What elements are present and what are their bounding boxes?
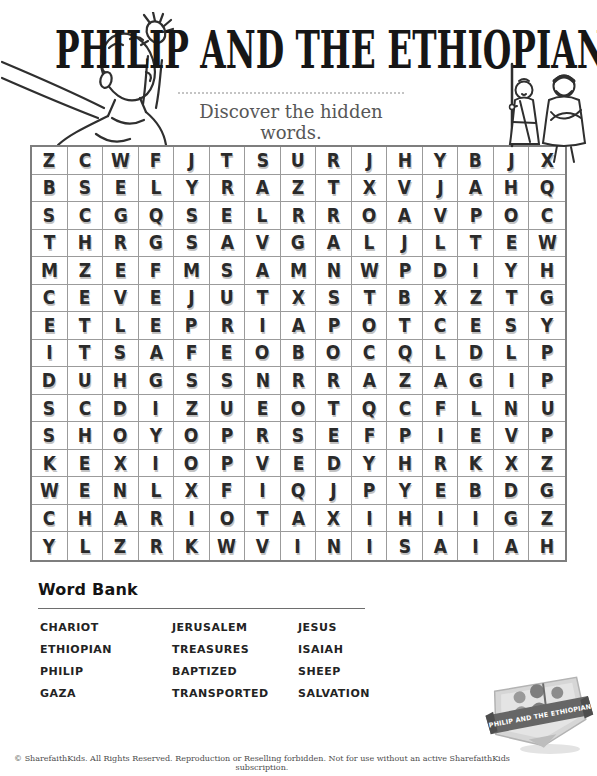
grid-letter: F bbox=[434, 399, 446, 418]
grid-cell[interactable]: Y bbox=[529, 312, 565, 340]
grid-cell[interactable]: I bbox=[458, 257, 494, 285]
grid-cell[interactable]: A bbox=[281, 505, 317, 533]
grid-cell[interactable]: S bbox=[174, 367, 210, 395]
grid-letter: Y bbox=[43, 537, 55, 556]
grid-cell[interactable]: X bbox=[281, 285, 317, 313]
grid-cell[interactable]: C bbox=[529, 202, 565, 230]
grid-cell[interactable]: R bbox=[139, 505, 175, 533]
grid-letter: S bbox=[185, 206, 197, 225]
grid-cell[interactable]: E bbox=[210, 202, 246, 230]
grid-cell[interactable]: J bbox=[174, 147, 210, 175]
grid-letter: S bbox=[79, 178, 91, 197]
grid-letter: U bbox=[78, 371, 92, 390]
grid-cell[interactable]: S bbox=[245, 147, 281, 175]
grid-cell[interactable]: G bbox=[139, 230, 175, 258]
grid-cell[interactable]: V bbox=[387, 175, 423, 203]
grid-cell[interactable]: M bbox=[174, 257, 210, 285]
crossed-arm-2 bbox=[551, 113, 581, 120]
grid-letter: T bbox=[221, 151, 233, 170]
grid-cell[interactable]: M bbox=[281, 257, 317, 285]
grid-cell[interactable]: E bbox=[245, 395, 281, 423]
grid-cell[interactable]: J bbox=[174, 285, 210, 313]
grid-cell[interactable]: B bbox=[32, 175, 68, 203]
grid-cell[interactable]: T bbox=[210, 147, 246, 175]
grid-cell[interactable]: R bbox=[281, 367, 317, 395]
grid-cell[interactable]: C bbox=[352, 340, 388, 368]
grid-cell[interactable]: H bbox=[387, 147, 423, 175]
grid-cell[interactable]: H bbox=[387, 505, 423, 533]
grid-letter: T bbox=[505, 288, 517, 307]
grid-letter: O bbox=[291, 399, 306, 418]
grid-cell[interactable]: I bbox=[458, 505, 494, 533]
grid-cell[interactable]: Z bbox=[103, 532, 139, 560]
grid-cell[interactable]: L bbox=[494, 340, 530, 368]
grid-cell[interactable]: Y bbox=[174, 175, 210, 203]
grid-cell[interactable]: Q bbox=[281, 477, 317, 505]
grid-cell[interactable]: E bbox=[281, 450, 317, 478]
grid-cell[interactable]: S bbox=[174, 230, 210, 258]
grid-cell[interactable]: B bbox=[458, 147, 494, 175]
grid-cell[interactable]: L bbox=[423, 340, 459, 368]
grid-cell[interactable]: F bbox=[423, 395, 459, 423]
grid-cell[interactable]: R bbox=[103, 230, 139, 258]
grid-letter: L bbox=[257, 206, 268, 225]
grid-cell[interactable]: I bbox=[423, 505, 459, 533]
grid-cell[interactable]: O bbox=[174, 422, 210, 450]
grid-cell[interactable]: C bbox=[32, 285, 68, 313]
grid-cell[interactable]: I bbox=[139, 450, 175, 478]
grid-cell[interactable]: T bbox=[494, 285, 530, 313]
grid-cell[interactable]: N bbox=[245, 367, 281, 395]
grid-cell[interactable]: P bbox=[210, 422, 246, 450]
grid-cell[interactable]: O bbox=[174, 450, 210, 478]
grid-cell[interactable]: B bbox=[387, 285, 423, 313]
grid-cell[interactable]: U bbox=[281, 147, 317, 175]
grid-letter: V bbox=[434, 206, 447, 225]
grid-cell[interactable]: L bbox=[458, 395, 494, 423]
grid-cell[interactable]: R bbox=[210, 312, 246, 340]
grid-cell[interactable]: R bbox=[316, 147, 352, 175]
grid-letter: A bbox=[505, 537, 518, 556]
grid-letter: C bbox=[43, 288, 56, 307]
grid-letter: Z bbox=[79, 261, 91, 280]
grid-cell[interactable]: I bbox=[494, 367, 530, 395]
grid-cell[interactable]: U bbox=[68, 367, 104, 395]
grid-cell[interactable]: O bbox=[210, 505, 246, 533]
grid-cell[interactable]: G bbox=[281, 230, 317, 258]
grid-cell[interactable]: J bbox=[352, 147, 388, 175]
grid-cell[interactable]: N bbox=[494, 395, 530, 423]
grid-letter: W bbox=[40, 481, 59, 500]
grid-letter: E bbox=[328, 426, 340, 445]
grid-cell[interactable]: R bbox=[210, 175, 246, 203]
grid-cell[interactable]: A bbox=[423, 367, 459, 395]
grid-cell[interactable]: K bbox=[174, 532, 210, 560]
grid-cell[interactable]: W bbox=[352, 257, 388, 285]
grid-letter: C bbox=[541, 206, 554, 225]
grid-letter: N bbox=[326, 261, 340, 280]
grid-letter: D bbox=[326, 454, 340, 473]
grid-cell[interactable]: O bbox=[352, 312, 388, 340]
grid-cell[interactable]: E bbox=[68, 285, 104, 313]
grid-cell[interactable]: C bbox=[387, 395, 423, 423]
grid-cell[interactable]: W bbox=[103, 147, 139, 175]
grid-cell[interactable]: A bbox=[139, 340, 175, 368]
grid-cell[interactable]: I bbox=[245, 312, 281, 340]
grid-letter: N bbox=[326, 537, 340, 556]
grid-cell[interactable]: D bbox=[423, 257, 459, 285]
grid-cell[interactable]: Y bbox=[352, 450, 388, 478]
grid-cell[interactable]: A bbox=[316, 230, 352, 258]
grid-letter: X bbox=[114, 454, 127, 473]
word-bank-columns: CHARIOTETHIOPIANPHILIPGAZAJERUSALEMTREAS… bbox=[40, 617, 430, 705]
grid-cell[interactable]: X bbox=[529, 147, 565, 175]
grid-letter: I bbox=[153, 454, 159, 473]
grid-cell[interactable]: F bbox=[139, 147, 175, 175]
grid-cell[interactable]: E bbox=[32, 312, 68, 340]
grid-cell[interactable]: H bbox=[68, 505, 104, 533]
word-bank-column: JERUSALEMTREASURESBAPTIZEDTRANSPORTED bbox=[172, 617, 298, 705]
grid-cell[interactable]: Q bbox=[387, 340, 423, 368]
grid-cell[interactable]: F bbox=[210, 477, 246, 505]
grid-cell[interactable]: Q bbox=[352, 395, 388, 423]
grid-letter: Z bbox=[541, 509, 553, 528]
grid-cell[interactable]: V bbox=[103, 285, 139, 313]
grid-cell[interactable]: Z bbox=[529, 505, 565, 533]
grid-cell[interactable]: H bbox=[387, 450, 423, 478]
grid-cell[interactable]: S bbox=[316, 285, 352, 313]
grid-cell[interactable]: A bbox=[423, 532, 459, 560]
word-search-grid[interactable]: ZCWFJTSURJHYBJXBSELYRAZTXVJAHQSCGQSELRRO… bbox=[30, 145, 567, 562]
grid-cell[interactable]: S bbox=[387, 532, 423, 560]
grid-letter: D bbox=[42, 371, 56, 390]
word-bank-item: ISAIAH bbox=[298, 639, 430, 661]
grid-cell[interactable]: D bbox=[458, 340, 494, 368]
grid-cell[interactable]: E bbox=[139, 312, 175, 340]
grid-cell[interactable]: Y bbox=[32, 532, 68, 560]
grid-cell[interactable]: D bbox=[32, 367, 68, 395]
grid-cell[interactable]: D bbox=[103, 395, 139, 423]
grid-cell[interactable]: V bbox=[245, 230, 281, 258]
grid-cell[interactable]: V bbox=[423, 202, 459, 230]
grid-letter: L bbox=[506, 343, 517, 362]
grid-cell[interactable]: N bbox=[316, 257, 352, 285]
grid-cell[interactable]: T bbox=[316, 175, 352, 203]
grid-cell[interactable]: T bbox=[352, 285, 388, 313]
grid-cell[interactable]: W bbox=[210, 532, 246, 560]
grid-letter: P bbox=[221, 454, 234, 473]
grid-letter: P bbox=[363, 481, 376, 500]
grid-cell[interactable]: T bbox=[316, 395, 352, 423]
grid-cell[interactable]: P bbox=[352, 477, 388, 505]
grid-cell[interactable]: C bbox=[423, 312, 459, 340]
grid-cell[interactable]: T bbox=[245, 285, 281, 313]
grid-cell[interactable]: G bbox=[529, 285, 565, 313]
grid-letter: L bbox=[364, 233, 375, 252]
grid-cell[interactable]: L bbox=[103, 312, 139, 340]
grid-cell[interactable]: A bbox=[245, 257, 281, 285]
grid-cell[interactable]: O bbox=[103, 422, 139, 450]
grid-cell[interactable]: J bbox=[316, 477, 352, 505]
grid-cell[interactable]: A bbox=[210, 230, 246, 258]
grid-cell[interactable]: P bbox=[529, 367, 565, 395]
grid-cell[interactable]: D bbox=[316, 450, 352, 478]
grid-cell[interactable]: A bbox=[281, 312, 317, 340]
grid-cell[interactable]: G bbox=[139, 367, 175, 395]
grid-letter: J bbox=[330, 481, 336, 500]
grid-cell[interactable]: V bbox=[245, 450, 281, 478]
grid-cell[interactable]: T bbox=[68, 312, 104, 340]
grid-cell[interactable]: H bbox=[68, 230, 104, 258]
grid-letter: O bbox=[326, 343, 341, 362]
grid-cell[interactable]: I bbox=[32, 340, 68, 368]
word-bank-item: CHARIOT bbox=[40, 617, 172, 639]
grid-letter: E bbox=[114, 261, 126, 280]
grid-cell[interactable]: R bbox=[139, 532, 175, 560]
grid-cell[interactable]: Q bbox=[529, 175, 565, 203]
grid-cell[interactable]: H bbox=[529, 257, 565, 285]
grid-cell[interactable]: N bbox=[103, 477, 139, 505]
grid-letter: H bbox=[113, 371, 127, 390]
grid-cell[interactable]: Z bbox=[458, 285, 494, 313]
grid-cell[interactable]: S bbox=[494, 312, 530, 340]
grid-cell[interactable]: T bbox=[32, 230, 68, 258]
grid-cell[interactable]: H bbox=[494, 175, 530, 203]
grid-cell[interactable]: X bbox=[494, 450, 530, 478]
grid-cell[interactable]: O bbox=[352, 202, 388, 230]
grid-cell[interactable]: X bbox=[174, 477, 210, 505]
grid-letter: H bbox=[540, 537, 554, 556]
grid-cell[interactable]: J bbox=[423, 175, 459, 203]
grid-letter: P bbox=[185, 316, 198, 335]
grid-cell[interactable]: E bbox=[103, 175, 139, 203]
grid-cell[interactable]: O bbox=[316, 340, 352, 368]
grid-cell[interactable]: E bbox=[68, 450, 104, 478]
grid-cell[interactable]: A bbox=[458, 175, 494, 203]
grid-cell[interactable]: I bbox=[423, 422, 459, 450]
grid-cell[interactable]: P bbox=[387, 257, 423, 285]
grid-cell[interactable]: L bbox=[423, 230, 459, 258]
grid-cell[interactable]: O bbox=[281, 395, 317, 423]
grid-cell[interactable]: P bbox=[529, 340, 565, 368]
grid-letter: E bbox=[257, 399, 269, 418]
word-bank-item: BAPTIZED bbox=[172, 661, 298, 683]
grid-cell[interactable]: Y bbox=[387, 477, 423, 505]
grid-cell[interactable]: X bbox=[352, 175, 388, 203]
grid-letter: O bbox=[113, 426, 128, 445]
grid-letter: E bbox=[434, 481, 446, 500]
grid-cell[interactable]: Z bbox=[387, 367, 423, 395]
grid-letter: Y bbox=[541, 316, 553, 335]
grid-cell[interactable]: P bbox=[316, 312, 352, 340]
grid-cell[interactable]: F bbox=[174, 340, 210, 368]
grid-cell[interactable]: G bbox=[458, 367, 494, 395]
grid-letter: J bbox=[437, 178, 443, 197]
grid-cell[interactable]: Z bbox=[281, 175, 317, 203]
grid-cell[interactable]: W bbox=[32, 477, 68, 505]
grid-cell[interactable]: I bbox=[352, 532, 388, 560]
grid-letter: E bbox=[221, 206, 233, 225]
grid-cell[interactable]: V bbox=[494, 422, 530, 450]
grid-letter: L bbox=[115, 316, 126, 335]
grid-cell[interactable]: E bbox=[210, 340, 246, 368]
grid-cell[interactable]: F bbox=[139, 257, 175, 285]
grid-cell[interactable]: S bbox=[32, 202, 68, 230]
word-bank-item: SHEEP bbox=[298, 661, 430, 683]
grid-cell[interactable]: V bbox=[245, 532, 281, 560]
grid-cell[interactable]: I bbox=[245, 477, 281, 505]
grid-cell[interactable]: G bbox=[529, 477, 565, 505]
grid-cell[interactable]: E bbox=[139, 285, 175, 313]
grid-cell[interactable]: L bbox=[245, 202, 281, 230]
grid-cell[interactable]: A bbox=[352, 367, 388, 395]
grid-cell[interactable]: J bbox=[494, 147, 530, 175]
grid-cell[interactable]: Y bbox=[423, 147, 459, 175]
grid-cell[interactable]: R bbox=[316, 202, 352, 230]
grid-cell[interactable]: S bbox=[210, 257, 246, 285]
grid-letter: T bbox=[328, 178, 340, 197]
grid-cell[interactable]: P bbox=[458, 202, 494, 230]
grid-cell[interactable]: I bbox=[174, 505, 210, 533]
grid-cell[interactable]: H bbox=[103, 367, 139, 395]
grid-cell[interactable]: F bbox=[352, 422, 388, 450]
grid-cell[interactable]: I bbox=[281, 532, 317, 560]
grid-letter: U bbox=[540, 399, 554, 418]
grid-letter: F bbox=[186, 343, 198, 362]
grid-cell[interactable]: I bbox=[352, 505, 388, 533]
grid-cell[interactable]: M bbox=[32, 257, 68, 285]
grid-letter: S bbox=[43, 206, 55, 225]
grid-cell[interactable]: Z bbox=[529, 450, 565, 478]
grid-cell[interactable]: U bbox=[210, 395, 246, 423]
grid-cell[interactable]: P bbox=[387, 422, 423, 450]
grid-cell[interactable]: T bbox=[68, 340, 104, 368]
grid-cell[interactable]: C bbox=[68, 395, 104, 423]
grid-cell[interactable]: Z bbox=[68, 257, 104, 285]
grid-cell[interactable]: X bbox=[316, 505, 352, 533]
grid-cell[interactable]: H bbox=[68, 422, 104, 450]
grid-cell[interactable]: E bbox=[68, 477, 104, 505]
grid-cell[interactable]: E bbox=[423, 477, 459, 505]
grid-cell[interactable]: L bbox=[139, 175, 175, 203]
grid-cell[interactable]: T bbox=[245, 505, 281, 533]
grid-cell[interactable]: W bbox=[529, 230, 565, 258]
grid-letter: D bbox=[504, 481, 518, 500]
grid-cell[interactable]: T bbox=[458, 230, 494, 258]
grid-letter: A bbox=[220, 233, 233, 252]
grid-cell[interactable]: S bbox=[281, 422, 317, 450]
grid-letter: I bbox=[437, 426, 443, 445]
grid-cell[interactable]: P bbox=[210, 450, 246, 478]
grid-cell[interactable]: L bbox=[68, 532, 104, 560]
grid-cell[interactable]: I bbox=[139, 395, 175, 423]
grid-cell[interactable]: S bbox=[174, 202, 210, 230]
grid-letter: T bbox=[399, 316, 411, 335]
grid-cell[interactable]: R bbox=[423, 450, 459, 478]
grid-cell[interactable]: E bbox=[494, 230, 530, 258]
grid-cell[interactable]: O bbox=[494, 202, 530, 230]
grid-letter: F bbox=[150, 261, 162, 280]
grid-cell[interactable]: S bbox=[103, 340, 139, 368]
grid-cell[interactable]: E bbox=[458, 422, 494, 450]
grid-cell[interactable]: S bbox=[210, 367, 246, 395]
grid-cell[interactable]: U bbox=[529, 395, 565, 423]
grid-cell[interactable]: A bbox=[387, 202, 423, 230]
grid-cell[interactable]: G bbox=[103, 202, 139, 230]
grid-cell[interactable]: U bbox=[210, 285, 246, 313]
grid-letter: R bbox=[327, 151, 340, 170]
grid-cell[interactable]: N bbox=[316, 532, 352, 560]
grid-cell[interactable]: E bbox=[316, 422, 352, 450]
grid-letter: E bbox=[150, 288, 162, 307]
grid-cell[interactable]: A bbox=[245, 175, 281, 203]
grid-cell[interactable]: O bbox=[245, 340, 281, 368]
grid-cell[interactable]: E bbox=[458, 312, 494, 340]
grid-cell[interactable]: Z bbox=[174, 395, 210, 423]
grid-letter: A bbox=[114, 509, 127, 528]
grid-cell[interactable]: B bbox=[281, 340, 317, 368]
grid-cell[interactable]: C bbox=[68, 147, 104, 175]
word-bank-column: CHARIOTETHIOPIANPHILIPGAZA bbox=[40, 617, 172, 705]
grid-cell[interactable]: Y bbox=[494, 257, 530, 285]
grid-cell[interactable]: E bbox=[103, 257, 139, 285]
grid-cell[interactable]: G bbox=[494, 505, 530, 533]
grid-cell[interactable]: P bbox=[174, 312, 210, 340]
grid-cell[interactable]: S bbox=[68, 175, 104, 203]
grid-letter: M bbox=[289, 261, 306, 280]
grid-letter: P bbox=[221, 426, 234, 445]
grid-cell[interactable]: C bbox=[32, 505, 68, 533]
grid-cell[interactable]: L bbox=[352, 230, 388, 258]
grid-cell[interactable]: L bbox=[139, 477, 175, 505]
grid-cell[interactable]: D bbox=[494, 477, 530, 505]
grid-letter: A bbox=[434, 371, 447, 390]
grid-cell[interactable]: B bbox=[458, 477, 494, 505]
copyright-text: © SharefaithKids. All Rights Reserved. R… bbox=[0, 754, 524, 772]
grid-cell[interactable]: P bbox=[529, 422, 565, 450]
grid-letter: I bbox=[259, 481, 265, 500]
grid-letter: Q bbox=[291, 481, 306, 500]
grid-cell[interactable]: Z bbox=[32, 147, 68, 175]
grid-letter: P bbox=[541, 343, 554, 362]
grid-cell[interactable]: C bbox=[68, 202, 104, 230]
grid-letter: H bbox=[540, 261, 554, 280]
grid-cell[interactable]: R bbox=[245, 422, 281, 450]
grid-cell[interactable]: A bbox=[103, 505, 139, 533]
grid-cell[interactable]: H bbox=[529, 532, 565, 560]
grid-cell[interactable]: T bbox=[387, 312, 423, 340]
grid-cell[interactable]: R bbox=[316, 367, 352, 395]
grid-cell[interactable]: S bbox=[32, 422, 68, 450]
grid-cell[interactable]: X bbox=[423, 285, 459, 313]
grid-cell[interactable]: I bbox=[458, 532, 494, 560]
grid-cell[interactable]: A bbox=[494, 532, 530, 560]
grid-cell[interactable]: Q bbox=[139, 202, 175, 230]
grid-cell[interactable]: K bbox=[32, 450, 68, 478]
grid-letter: X bbox=[362, 178, 375, 197]
grid-letter: B bbox=[43, 178, 56, 197]
grid-letter: S bbox=[43, 426, 55, 445]
grid-cell[interactable]: Y bbox=[139, 422, 175, 450]
grid-cell[interactable]: X bbox=[103, 450, 139, 478]
grid-cell[interactable]: R bbox=[281, 202, 317, 230]
grid-letter: R bbox=[220, 316, 233, 335]
grid-cell[interactable]: K bbox=[458, 450, 494, 478]
grid-letter: B bbox=[398, 288, 411, 307]
grid-cell[interactable]: J bbox=[387, 230, 423, 258]
grid-letter: G bbox=[540, 288, 554, 307]
grid-cell[interactable]: S bbox=[32, 395, 68, 423]
